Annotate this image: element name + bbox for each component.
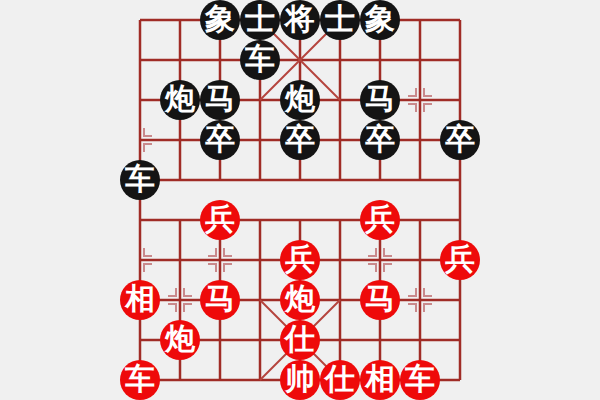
- piece-red-cannon[interactable]: 炮: [160, 320, 200, 360]
- piece-black-cannon[interactable]: 炮: [280, 80, 320, 120]
- piece-black-elephant[interactable]: 象: [200, 0, 240, 40]
- xiangqi-board: 象士将士象车炮马炮马卒卒卒卒车兵兵兵兵相马炮马炮仕车帅仕相车: [0, 0, 600, 400]
- piece-black-soldier[interactable]: 卒: [360, 120, 400, 160]
- piece-black-soldier[interactable]: 卒: [200, 120, 240, 160]
- piece-red-soldier[interactable]: 兵: [280, 240, 320, 280]
- piece-black-advisor[interactable]: 士: [320, 0, 360, 40]
- piece-red-elephant[interactable]: 相: [120, 280, 160, 320]
- piece-red-horse[interactable]: 马: [360, 280, 400, 320]
- piece-black-soldier[interactable]: 卒: [280, 120, 320, 160]
- piece-black-general[interactable]: 将: [280, 0, 320, 40]
- piece-black-cannon[interactable]: 炮: [160, 80, 200, 120]
- piece-red-elephant[interactable]: 相: [360, 360, 400, 400]
- piece-black-horse[interactable]: 马: [200, 80, 240, 120]
- pieces-layer: 象士将士象车炮马炮马卒卒卒卒车兵兵兵兵相马炮马炮仕车帅仕相车: [120, 0, 480, 400]
- piece-red-rook[interactable]: 车: [400, 360, 440, 400]
- piece-red-advisor[interactable]: 仕: [280, 320, 320, 360]
- piece-red-advisor[interactable]: 仕: [320, 360, 360, 400]
- piece-red-general[interactable]: 帅: [280, 360, 320, 400]
- piece-black-advisor[interactable]: 士: [240, 0, 280, 40]
- piece-black-soldier[interactable]: 卒: [440, 120, 480, 160]
- piece-red-soldier[interactable]: 兵: [440, 240, 480, 280]
- piece-black-rook[interactable]: 车: [240, 40, 280, 80]
- piece-red-horse[interactable]: 马: [200, 280, 240, 320]
- piece-red-soldier[interactable]: 兵: [200, 200, 240, 240]
- piece-red-cannon[interactable]: 炮: [280, 280, 320, 320]
- piece-red-rook[interactable]: 车: [120, 360, 160, 400]
- piece-black-elephant[interactable]: 象: [360, 0, 400, 40]
- piece-black-rook[interactable]: 车: [120, 160, 160, 200]
- piece-red-soldier[interactable]: 兵: [360, 200, 400, 240]
- piece-black-horse[interactable]: 马: [360, 80, 400, 120]
